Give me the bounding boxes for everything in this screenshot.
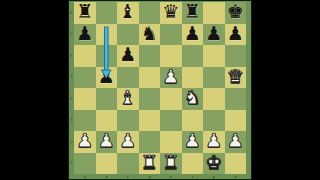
square-f6[interactable] (182, 45, 204, 67)
square-d1[interactable]: ♜ (139, 153, 161, 175)
square-e5[interactable]: ♟ (160, 67, 182, 89)
square-g5[interactable] (203, 67, 225, 89)
rank-label-4: 4 (70, 96, 74, 100)
piece-white-pawn: ♟ (162, 66, 179, 87)
square-h7[interactable]: ♟ (225, 24, 247, 46)
square-a5[interactable] (74, 67, 96, 89)
rank-label-8: 8 (70, 10, 74, 14)
square-f1[interactable] (182, 153, 204, 175)
square-b8[interactable] (96, 2, 118, 24)
piece-black-king: ♚ (227, 1, 244, 22)
square-e6[interactable] (160, 45, 182, 67)
square-g7[interactable]: ♟ (203, 24, 225, 46)
piece-black-rook: ♜ (184, 1, 201, 22)
piece-white-pawn: ♟ (98, 130, 115, 151)
square-e1[interactable]: ♜ (160, 153, 182, 175)
square-b2[interactable]: ♟ (96, 131, 118, 153)
square-b4[interactable] (96, 88, 118, 110)
square-d7[interactable]: ♞ (139, 24, 161, 46)
piece-white-rook: ♜ (141, 152, 158, 173)
piece-white-queen: ♛ (227, 66, 244, 87)
piece-black-queen: ♛ (162, 1, 179, 22)
square-g2[interactable]: ♟ (203, 131, 225, 153)
square-a6[interactable] (74, 45, 96, 67)
piece-white-pawn: ♟ (119, 130, 136, 151)
square-c8[interactable]: ♝ (117, 2, 139, 24)
file-label-g: g (206, 174, 222, 179)
square-e3[interactable] (160, 110, 182, 132)
square-d4[interactable] (139, 88, 161, 110)
square-a2[interactable]: ♟ (74, 131, 96, 153)
square-g1[interactable]: ♚ (203, 153, 225, 175)
piece-black-bishop: ♝ (119, 1, 136, 22)
square-h8[interactable]: ♚ (225, 2, 247, 24)
square-e2[interactable] (160, 131, 182, 153)
piece-white-bishop: ♝ (119, 87, 136, 108)
rank-label-3: 3 (70, 118, 74, 122)
square-f4[interactable]: ♞ (182, 88, 204, 110)
piece-white-pawn: ♟ (76, 130, 93, 151)
rank-label-7: 7 (70, 32, 74, 36)
square-f2[interactable]: ♟ (182, 131, 204, 153)
file-label-h: h (227, 174, 243, 179)
file-label-c: c (120, 174, 136, 179)
square-h6[interactable] (225, 45, 247, 67)
file-label-e: e (163, 174, 179, 179)
square-d3[interactable] (139, 110, 161, 132)
square-c6[interactable]: ♟ (117, 45, 139, 67)
square-c3[interactable] (117, 110, 139, 132)
file-label-a: a (77, 174, 93, 179)
square-b1[interactable] (96, 153, 118, 175)
square-b3[interactable] (96, 110, 118, 132)
square-a1[interactable] (74, 153, 96, 175)
square-f7[interactable]: ♟ (182, 24, 204, 46)
square-c2[interactable]: ♟ (117, 131, 139, 153)
square-h2[interactable]: ♟ (225, 131, 247, 153)
rank-label-1: 1 (70, 161, 74, 165)
chess-board: ♜♝♛♜♚♟♞♟♟♟♟♟♟♛♝♞♟♟♟♟♟♟♜♜♚ (74, 2, 246, 174)
piece-black-knight: ♞ (141, 23, 158, 44)
piece-black-rook: ♜ (76, 1, 93, 22)
square-c1[interactable] (117, 153, 139, 175)
square-a7[interactable]: ♟ (74, 24, 96, 46)
square-g6[interactable] (203, 45, 225, 67)
square-a8[interactable]: ♜ (74, 2, 96, 24)
square-g3[interactable] (203, 110, 225, 132)
square-e8[interactable]: ♛ (160, 2, 182, 24)
square-f3[interactable] (182, 110, 204, 132)
square-b7[interactable] (96, 24, 118, 46)
square-a4[interactable] (74, 88, 96, 110)
file-label-d: d (141, 174, 157, 179)
piece-black-pawn: ♟ (76, 23, 93, 44)
square-e4[interactable] (160, 88, 182, 110)
square-f8[interactable]: ♜ (182, 2, 204, 24)
piece-black-pawn: ♟ (119, 44, 136, 65)
piece-white-rook: ♜ (162, 152, 179, 173)
square-g4[interactable] (203, 88, 225, 110)
piece-black-pawn: ♟ (227, 23, 244, 44)
square-d8[interactable] (139, 2, 161, 24)
file-label-f: f (184, 174, 200, 179)
piece-white-knight: ♞ (184, 87, 201, 108)
square-d6[interactable] (139, 45, 161, 67)
square-c4[interactable]: ♝ (117, 88, 139, 110)
chess-board-frame: ♜♝♛♜♚♟♞♟♟♟♟♟♟♛♝♞♟♟♟♟♟♟♜♜♚ 87654321abcdef… (68, 0, 252, 180)
square-e7[interactable] (160, 24, 182, 46)
square-g8[interactable] (203, 2, 225, 24)
piece-black-pawn: ♟ (205, 23, 222, 44)
square-a3[interactable] (74, 110, 96, 132)
piece-white-pawn: ♟ (205, 130, 222, 151)
file-label-b: b (98, 174, 114, 179)
square-c7[interactable] (117, 24, 139, 46)
rank-label-6: 6 (70, 53, 74, 57)
rank-label-2: 2 (70, 139, 74, 143)
piece-black-pawn: ♟ (184, 23, 201, 44)
square-h1[interactable] (225, 153, 247, 175)
piece-white-pawn: ♟ (184, 130, 201, 151)
square-h4[interactable] (225, 88, 247, 110)
rank-label-5: 5 (70, 75, 74, 79)
square-d5[interactable] (139, 67, 161, 89)
piece-black-pawn: ♟ (98, 66, 115, 87)
square-h3[interactable] (225, 110, 247, 132)
piece-white-king: ♚ (205, 152, 222, 173)
square-d2[interactable] (139, 131, 161, 153)
square-h5[interactable]: ♛ (225, 67, 247, 89)
square-f5[interactable] (182, 67, 204, 89)
square-b6[interactable] (96, 45, 118, 67)
square-c5[interactable] (117, 67, 139, 89)
square-b5[interactable]: ♟ (96, 67, 118, 89)
piece-white-pawn: ♟ (227, 130, 244, 151)
